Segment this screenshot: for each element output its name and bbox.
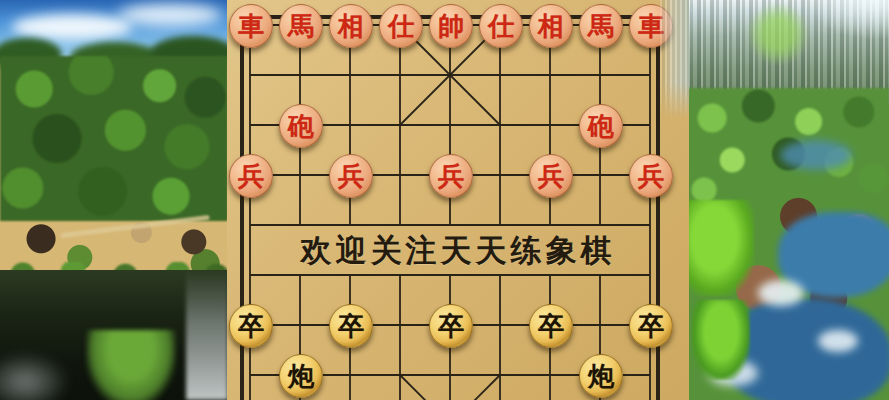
piece-red-advisor[interactable]: 仕 bbox=[479, 4, 523, 48]
river-banner-text: 欢迎关注天天练象棋 bbox=[227, 226, 689, 274]
grass-tuft bbox=[688, 200, 754, 296]
piece-red-soldier[interactable]: 兵 bbox=[429, 154, 473, 198]
piece-red-cannon[interactable]: 砲 bbox=[279, 104, 323, 148]
piece-red-general[interactable]: 帥 bbox=[429, 4, 473, 48]
piece-black-soldier[interactable]: 卒 bbox=[229, 304, 273, 348]
forest-canopy bbox=[0, 56, 228, 221]
piece-red-soldier[interactable]: 兵 bbox=[629, 154, 673, 198]
hanging-vegetation bbox=[86, 330, 176, 400]
cloud bbox=[118, 4, 222, 26]
piece-black-soldier[interactable]: 卒 bbox=[429, 304, 473, 348]
piece-black-cannon[interactable]: 炮 bbox=[279, 354, 323, 398]
grass-tuft bbox=[748, 4, 808, 64]
piece-black-soldier[interactable]: 卒 bbox=[329, 304, 373, 348]
piece-red-soldier[interactable]: 兵 bbox=[529, 154, 573, 198]
xiangqi-board[interactable]: 欢迎关注天天练象棋 車馬相仕帥仕相馬車砲砲兵兵兵兵兵卒卒卒卒卒炮炮 bbox=[227, 0, 689, 400]
piece-red-soldier[interactable]: 兵 bbox=[229, 154, 273, 198]
right-edge-blur-overlay bbox=[660, 0, 689, 118]
piece-red-horse[interactable]: 馬 bbox=[279, 4, 323, 48]
waterfall-mist bbox=[0, 352, 70, 400]
piece-red-advisor[interactable]: 仕 bbox=[379, 4, 423, 48]
cloud bbox=[12, 14, 132, 40]
screen: 欢迎关注天天练象棋 車馬相仕帥仕相馬車砲砲兵兵兵兵兵卒卒卒卒卒炮炮 bbox=[0, 0, 889, 400]
piece-black-cannon[interactable]: 炮 bbox=[579, 354, 623, 398]
sky-glow bbox=[808, 0, 889, 40]
piece-red-elephant[interactable]: 相 bbox=[329, 4, 373, 48]
left-background-photo bbox=[0, 0, 228, 400]
white-foam bbox=[758, 280, 804, 306]
right-background-photo bbox=[688, 0, 889, 400]
piece-black-soldier[interactable]: 卒 bbox=[629, 304, 673, 348]
piece-black-soldier[interactable]: 卒 bbox=[529, 304, 573, 348]
stream-glimpse bbox=[780, 140, 852, 170]
piece-red-elephant[interactable]: 相 bbox=[529, 4, 573, 48]
waterfall-mist bbox=[186, 270, 228, 400]
piece-red-soldier[interactable]: 兵 bbox=[329, 154, 373, 198]
piece-red-cannon[interactable]: 砲 bbox=[579, 104, 623, 148]
white-foam bbox=[818, 330, 858, 352]
grass-tuft bbox=[692, 300, 750, 380]
piece-red-chariot[interactable]: 車 bbox=[229, 4, 273, 48]
piece-red-horse[interactable]: 馬 bbox=[579, 4, 623, 48]
